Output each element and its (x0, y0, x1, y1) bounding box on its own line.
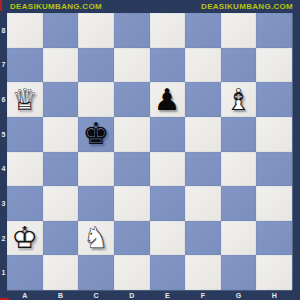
square-g6[interactable]: ♝♗ (221, 82, 257, 117)
square-f2[interactable] (185, 221, 221, 256)
square-c7[interactable] (78, 48, 114, 83)
piece-outline-glyph: ♘ (83, 223, 110, 253)
white-king[interactable]: ♚♔ (7, 221, 43, 256)
square-g3[interactable] (221, 186, 257, 221)
piece-fill-glyph: ♚ (83, 119, 110, 149)
square-h8[interactable] (256, 13, 292, 48)
white-queen[interactable]: ♛♕ (7, 82, 43, 117)
piece-outline-glyph: ♔ (11, 223, 38, 253)
square-f1[interactable] (185, 255, 221, 290)
square-c2[interactable]: ♞♘ (78, 221, 114, 256)
rank-label-5: 5 (0, 117, 7, 152)
square-c6[interactable] (78, 82, 114, 117)
rank-label-7: 7 (0, 48, 7, 83)
square-b4[interactable] (43, 152, 79, 187)
square-c3[interactable] (78, 186, 114, 221)
file-label-d: D (114, 290, 150, 300)
file-label-h: H (256, 290, 292, 300)
square-b5[interactable] (43, 117, 79, 152)
square-g8[interactable] (221, 13, 257, 48)
square-c1[interactable] (78, 255, 114, 290)
watermark-left: DEASIKUMBANG.COM (10, 2, 102, 11)
rank-label-1: 1 (0, 255, 7, 290)
rank-labels: 87654321 (0, 13, 7, 290)
square-e6[interactable]: ♟ (150, 82, 186, 117)
square-e8[interactable] (150, 13, 186, 48)
square-g4[interactable] (221, 152, 257, 187)
white-bishop[interactable]: ♝♗ (221, 82, 257, 117)
square-a3[interactable] (7, 186, 43, 221)
square-a7[interactable] (7, 48, 43, 83)
square-h4[interactable] (256, 152, 292, 187)
file-label-c: C (78, 290, 114, 300)
square-d1[interactable] (114, 255, 150, 290)
piece-fill-glyph: ♛ (11, 85, 38, 115)
square-a6[interactable]: ♛♕ (7, 82, 43, 117)
square-e1[interactable] (150, 255, 186, 290)
square-b3[interactable] (43, 186, 79, 221)
square-d3[interactable] (114, 186, 150, 221)
file-label-a: A (7, 290, 43, 300)
square-b8[interactable] (43, 13, 79, 48)
piece-fill-glyph: ♝ (225, 85, 252, 115)
square-a8[interactable] (7, 13, 43, 48)
square-b6[interactable] (43, 82, 79, 117)
square-d5[interactable] (114, 117, 150, 152)
piece-fill-glyph: ♚ (11, 223, 38, 253)
rank-label-8: 8 (0, 13, 7, 48)
square-d2[interactable] (114, 221, 150, 256)
rank-label-2: 2 (0, 221, 7, 256)
square-c4[interactable] (78, 152, 114, 187)
square-e2[interactable] (150, 221, 186, 256)
square-e5[interactable] (150, 117, 186, 152)
chess-diagram: DEASIKUMBANG.COM DEASIKUMBANG.COM 876543… (0, 0, 300, 300)
square-b2[interactable] (43, 221, 79, 256)
piece-outline-glyph: ♕ (11, 85, 38, 115)
square-f5[interactable] (185, 117, 221, 152)
square-e4[interactable] (150, 152, 186, 187)
square-f8[interactable] (185, 13, 221, 48)
file-label-g: G (221, 290, 257, 300)
square-h3[interactable] (256, 186, 292, 221)
square-d8[interactable] (114, 13, 150, 48)
square-g5[interactable] (221, 117, 257, 152)
rank-label-4: 4 (0, 152, 7, 187)
rank-label-6: 6 (0, 82, 7, 117)
square-h6[interactable] (256, 82, 292, 117)
square-h7[interactable] (256, 48, 292, 83)
square-a1[interactable] (7, 255, 43, 290)
square-b7[interactable] (43, 48, 79, 83)
rank-label-3: 3 (0, 186, 7, 221)
red-edge-marker-top (0, 0, 2, 11)
square-g2[interactable] (221, 221, 257, 256)
file-labels: ABCDEFGH (7, 290, 292, 300)
square-f4[interactable] (185, 152, 221, 187)
piece-fill-glyph: ♟ (154, 85, 181, 115)
watermark-right: DEASIKUMBANG.COM (201, 2, 293, 11)
square-d4[interactable] (114, 152, 150, 187)
square-c5[interactable]: ♚ (78, 117, 114, 152)
square-g1[interactable] (221, 255, 257, 290)
square-d6[interactable] (114, 82, 150, 117)
file-label-b: B (43, 290, 79, 300)
black-pawn[interactable]: ♟ (150, 82, 186, 117)
square-h1[interactable] (256, 255, 292, 290)
square-a2[interactable]: ♚♔ (7, 221, 43, 256)
square-f7[interactable] (185, 48, 221, 83)
square-e3[interactable] (150, 186, 186, 221)
square-a5[interactable] (7, 117, 43, 152)
square-h2[interactable] (256, 221, 292, 256)
file-label-f: F (185, 290, 221, 300)
square-b1[interactable] (43, 255, 79, 290)
square-f6[interactable] (185, 82, 221, 117)
square-a4[interactable] (7, 152, 43, 187)
piece-fill-glyph: ♞ (83, 223, 110, 253)
square-e7[interactable] (150, 48, 186, 83)
black-king[interactable]: ♚ (78, 117, 114, 152)
white-knight[interactable]: ♞♘ (78, 221, 114, 256)
square-d7[interactable] (114, 48, 150, 83)
file-label-e: E (150, 290, 186, 300)
square-g7[interactable] (221, 48, 257, 83)
square-f3[interactable] (185, 186, 221, 221)
square-h5[interactable] (256, 117, 292, 152)
piece-outline-glyph: ♗ (225, 85, 252, 115)
chess-board: ♛♕♟♝♗♚♚♔♞♘ (7, 13, 292, 290)
square-c8[interactable] (78, 13, 114, 48)
